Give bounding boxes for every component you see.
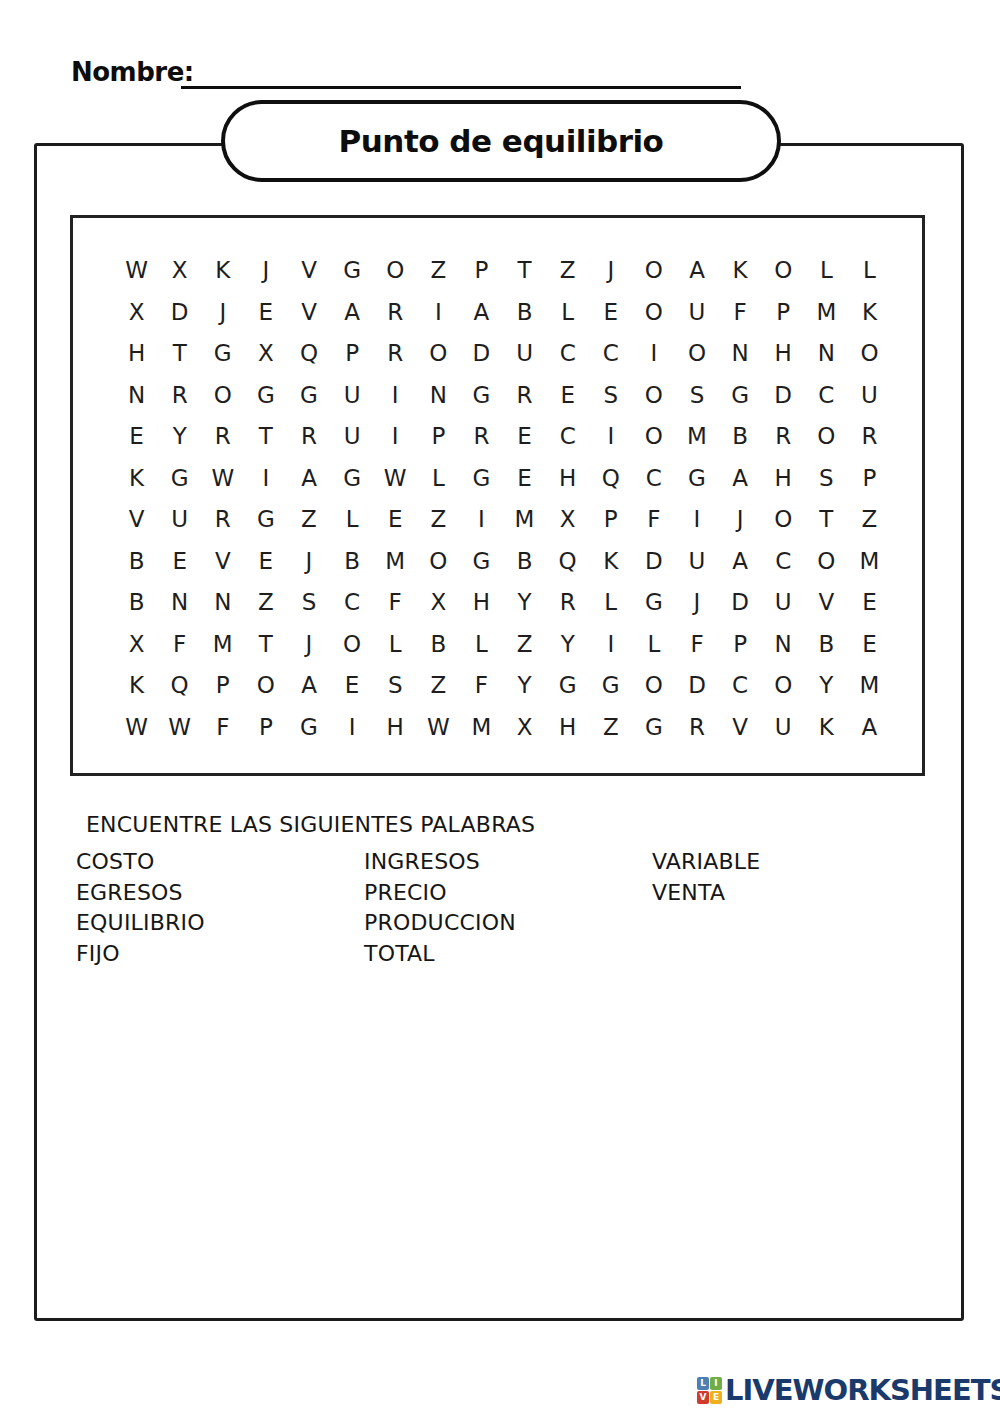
- word-list-item: PRODUCCION: [364, 908, 516, 939]
- grid-cell[interactable]: O: [762, 499, 805, 541]
- grid-cell[interactable]: C: [589, 333, 632, 375]
- grid-cell[interactable]: K: [589, 541, 632, 583]
- grid-cell[interactable]: I: [331, 707, 374, 749]
- grid-cell[interactable]: N: [417, 375, 460, 417]
- grid-cell[interactable]: J: [287, 541, 330, 583]
- grid-cell[interactable]: G: [244, 499, 287, 541]
- grid-cell[interactable]: U: [675, 292, 718, 334]
- grid-cell[interactable]: K: [848, 292, 891, 334]
- grid-cell[interactable]: G: [158, 458, 201, 500]
- grid-cell[interactable]: E: [848, 624, 891, 666]
- grid-cell[interactable]: K: [115, 665, 158, 707]
- grid-cell[interactable]: B: [503, 541, 546, 583]
- grid-cell[interactable]: J: [287, 624, 330, 666]
- word-list-item: INGRESOS: [364, 847, 516, 878]
- grid-cell[interactable]: I: [589, 416, 632, 458]
- grid-cell[interactable]: U: [848, 375, 891, 417]
- grid-cell[interactable]: U: [331, 416, 374, 458]
- grid-cell[interactable]: H: [546, 707, 589, 749]
- grid-cell[interactable]: V: [287, 250, 330, 292]
- grid-cell[interactable]: R: [546, 582, 589, 624]
- grid-cell[interactable]: M: [201, 624, 244, 666]
- grid-cell[interactable]: A: [719, 541, 762, 583]
- grid-cell[interactable]: M: [460, 707, 503, 749]
- grid-cell[interactable]: I: [374, 416, 417, 458]
- grid-cell[interactable]: S: [589, 375, 632, 417]
- grid-cell[interactable]: D: [460, 333, 503, 375]
- grid-cell[interactable]: V: [115, 499, 158, 541]
- grid-cell[interactable]: G: [287, 375, 330, 417]
- grid-cell[interactable]: L: [546, 292, 589, 334]
- grid-cell[interactable]: E: [503, 416, 546, 458]
- grid-cell[interactable]: U: [675, 541, 718, 583]
- grid-cell[interactable]: K: [201, 250, 244, 292]
- grid-cell[interactable]: G: [244, 375, 287, 417]
- grid-cell[interactable]: Q: [589, 458, 632, 500]
- grid-cell[interactable]: P: [848, 458, 891, 500]
- grid-cell[interactable]: H: [374, 707, 417, 749]
- grid-cell[interactable]: N: [762, 624, 805, 666]
- grid-cell[interactable]: P: [719, 624, 762, 666]
- grid-cell[interactable]: O: [675, 333, 718, 375]
- grid-cell[interactable]: N: [805, 333, 848, 375]
- grid-cell[interactable]: R: [675, 707, 718, 749]
- grid-cell[interactable]: P: [201, 665, 244, 707]
- grid-cell[interactable]: O: [331, 624, 374, 666]
- word-search-grid: WXKJVGOZPTZJOAKOLLXDJEVARIABLEOUFPMKHTGX…: [70, 215, 925, 776]
- grid-cell[interactable]: U: [762, 582, 805, 624]
- grid-cell[interactable]: R: [762, 416, 805, 458]
- grid-cell[interactable]: B: [805, 624, 848, 666]
- grid-cell[interactable]: B: [503, 292, 546, 334]
- grid-cell[interactable]: M: [675, 416, 718, 458]
- grid-cell[interactable]: O: [201, 375, 244, 417]
- grid-cell[interactable]: E: [589, 292, 632, 334]
- grid-cell[interactable]: R: [503, 375, 546, 417]
- grid-cell[interactable]: Q: [546, 541, 589, 583]
- grid-cell[interactable]: L: [632, 624, 675, 666]
- grid-cell[interactable]: G: [675, 458, 718, 500]
- grid-cell[interactable]: O: [244, 665, 287, 707]
- grid-cell[interactable]: J: [201, 292, 244, 334]
- grid-cell[interactable]: D: [675, 665, 718, 707]
- grid-cell[interactable]: B: [331, 541, 374, 583]
- grid-cell[interactable]: K: [115, 458, 158, 500]
- grid-cell[interactable]: A: [460, 292, 503, 334]
- grid-cell[interactable]: G: [201, 333, 244, 375]
- grid-cell[interactable]: S: [374, 665, 417, 707]
- grid-cell[interactable]: O: [632, 250, 675, 292]
- grid-cell[interactable]: G: [331, 250, 374, 292]
- grid-cell[interactable]: F: [374, 582, 417, 624]
- grid-cell[interactable]: P: [331, 333, 374, 375]
- grid-cell[interactable]: U: [503, 333, 546, 375]
- grid-cell[interactable]: W: [417, 707, 460, 749]
- grid-cell[interactable]: L: [417, 458, 460, 500]
- grid-cell[interactable]: X: [115, 624, 158, 666]
- title-banner: Punto de equilibrio: [221, 100, 781, 182]
- grid-cell[interactable]: E: [244, 541, 287, 583]
- grid-cell[interactable]: O: [848, 333, 891, 375]
- grid-cell[interactable]: Q: [287, 333, 330, 375]
- grid-cell[interactable]: R: [201, 416, 244, 458]
- liveworksheets-icon: LIVE: [697, 1377, 722, 1404]
- grid-cell[interactable]: N: [719, 333, 762, 375]
- grid-cell[interactable]: F: [632, 499, 675, 541]
- grid-cell[interactable]: O: [632, 375, 675, 417]
- grid-cell[interactable]: M: [503, 499, 546, 541]
- grid-cell[interactable]: P: [762, 292, 805, 334]
- grid-cell[interactable]: E: [158, 541, 201, 583]
- grid-cell[interactable]: S: [675, 375, 718, 417]
- grid-cell[interactable]: D: [719, 582, 762, 624]
- grid-cell[interactable]: F: [158, 624, 201, 666]
- grid-cell[interactable]: R: [374, 333, 417, 375]
- grid-cell[interactable]: C: [719, 665, 762, 707]
- grid-cell[interactable]: R: [287, 416, 330, 458]
- grid-cell[interactable]: G: [546, 665, 589, 707]
- grid-cell[interactable]: D: [762, 375, 805, 417]
- grid-cell[interactable]: I: [374, 375, 417, 417]
- grid-cell[interactable]: B: [417, 624, 460, 666]
- grid-cell[interactable]: Z: [848, 499, 891, 541]
- grid-cell[interactable]: Z: [417, 665, 460, 707]
- grid-cell[interactable]: R: [848, 416, 891, 458]
- grid-cell[interactable]: R: [460, 416, 503, 458]
- grid-cell[interactable]: V: [201, 541, 244, 583]
- grid-cell[interactable]: F: [201, 707, 244, 749]
- grid-cell[interactable]: Z: [546, 250, 589, 292]
- brand-name: LIVEWORKSHEETS: [725, 1373, 1000, 1407]
- grid-cell[interactable]: I: [632, 333, 675, 375]
- grid-cell[interactable]: W: [115, 707, 158, 749]
- grid-cell[interactable]: T: [244, 624, 287, 666]
- grid-cell[interactable]: P: [417, 416, 460, 458]
- word-list-item: PRECIO: [364, 878, 516, 909]
- grid-cell[interactable]: E: [546, 375, 589, 417]
- worksheet-page: Nombre: Punto de equilibrio WXKJVGOZPTZJ…: [0, 0, 1000, 1413]
- grid-cell[interactable]: O: [762, 250, 805, 292]
- grid-cell[interactable]: I: [244, 458, 287, 500]
- grid-cell[interactable]: C: [805, 375, 848, 417]
- grid-cell[interactable]: O: [632, 665, 675, 707]
- grid-cell[interactable]: I: [589, 624, 632, 666]
- grid-cell[interactable]: L: [460, 624, 503, 666]
- grid-cell[interactable]: I: [417, 292, 460, 334]
- grid-cell[interactable]: X: [546, 499, 589, 541]
- name-row: Nombre:: [71, 57, 194, 87]
- grid-cell[interactable]: D: [158, 292, 201, 334]
- liveworksheets-logo[interactable]: LIVE LIVEWORKSHEETS: [697, 1374, 1000, 1406]
- grid-cell[interactable]: Z: [287, 499, 330, 541]
- page-title: Punto de equilibrio: [339, 123, 664, 159]
- grid-cell[interactable]: W: [158, 707, 201, 749]
- logo-square: V: [697, 1391, 709, 1404]
- grid-cell[interactable]: G: [460, 375, 503, 417]
- grid-cell[interactable]: Y: [503, 582, 546, 624]
- grid-cell[interactable]: O: [805, 416, 848, 458]
- grid-cell[interactable]: Z: [417, 499, 460, 541]
- grid-cell[interactable]: W: [374, 458, 417, 500]
- grid-cell[interactable]: R: [158, 375, 201, 417]
- grid-cell[interactable]: B: [115, 541, 158, 583]
- grid-cell[interactable]: C: [546, 333, 589, 375]
- grid-cell[interactable]: N: [115, 375, 158, 417]
- grid-cell[interactable]: Y: [503, 665, 546, 707]
- grid-cell[interactable]: S: [287, 582, 330, 624]
- grid-cell[interactable]: H: [546, 458, 589, 500]
- word-list-item: EQUILIBRIO: [76, 908, 205, 939]
- grid-cell[interactable]: A: [287, 665, 330, 707]
- grid-cell[interactable]: X: [158, 250, 201, 292]
- word-list-item: EGRESOS: [76, 878, 205, 909]
- grid-cell[interactable]: J: [719, 499, 762, 541]
- grid-cell[interactable]: I: [675, 499, 718, 541]
- grid-cell[interactable]: A: [287, 458, 330, 500]
- grid-cell[interactable]: R: [374, 292, 417, 334]
- word-list-item: VENTA: [652, 878, 760, 909]
- grid-cell[interactable]: V: [805, 582, 848, 624]
- grid-cell[interactable]: G: [460, 458, 503, 500]
- grid-cell[interactable]: R: [201, 499, 244, 541]
- grid-cell[interactable]: C: [762, 541, 805, 583]
- grid-cell[interactable]: Z: [244, 582, 287, 624]
- grid-cell[interactable]: G: [460, 541, 503, 583]
- grid-cell[interactable]: B: [115, 582, 158, 624]
- grid-cell[interactable]: X: [115, 292, 158, 334]
- grid-cell[interactable]: W: [115, 250, 158, 292]
- grid-cell[interactable]: E: [374, 499, 417, 541]
- grid-cell[interactable]: K: [805, 707, 848, 749]
- grid-cell[interactable]: K: [719, 250, 762, 292]
- grid-cell[interactable]: L: [331, 499, 374, 541]
- word-list-item: TOTAL: [364, 939, 516, 970]
- grid-cell[interactable]: E: [244, 292, 287, 334]
- grid-cell[interactable]: H: [115, 333, 158, 375]
- grid-cell[interactable]: A: [719, 458, 762, 500]
- logo-square: E: [710, 1391, 722, 1404]
- grid-cell[interactable]: A: [331, 292, 374, 334]
- word-list-item: VARIABLE: [652, 847, 760, 878]
- grid-cell[interactable]: C: [546, 416, 589, 458]
- grid-cell[interactable]: O: [417, 541, 460, 583]
- grid-cell[interactable]: O: [632, 292, 675, 334]
- grid-cell[interactable]: O: [762, 665, 805, 707]
- grid-cell[interactable]: B: [719, 416, 762, 458]
- grid-cell[interactable]: N: [158, 582, 201, 624]
- grid-cell[interactable]: I: [460, 499, 503, 541]
- grid-cell[interactable]: Z: [503, 624, 546, 666]
- grid-cell[interactable]: X: [417, 582, 460, 624]
- grid-cell[interactable]: A: [848, 707, 891, 749]
- grid-cell[interactable]: L: [374, 624, 417, 666]
- grid-cell[interactable]: M: [848, 665, 891, 707]
- grid-cell[interactable]: E: [115, 416, 158, 458]
- grid-cell[interactable]: U: [762, 707, 805, 749]
- grid-cell[interactable]: F: [460, 665, 503, 707]
- word-list-column: INGRESOSPRECIOPRODUCCIONTOTAL: [364, 847, 516, 969]
- grid-cell[interactable]: G: [719, 375, 762, 417]
- word-list-item: FIJO: [76, 939, 205, 970]
- grid-cell[interactable]: G: [632, 582, 675, 624]
- grid-cell[interactable]: C: [331, 582, 374, 624]
- instructions-heading: ENCUENTRE LAS SIGUIENTES PALABRAS: [86, 812, 535, 837]
- word-list-column: VARIABLEVENTA: [652, 847, 760, 908]
- grid-cell[interactable]: C: [632, 458, 675, 500]
- grid-cell[interactable]: G: [632, 707, 675, 749]
- grid-cell[interactable]: O: [632, 416, 675, 458]
- grid-cell[interactable]: T: [244, 416, 287, 458]
- grid-cell[interactable]: T: [158, 333, 201, 375]
- grid-cell[interactable]: V: [287, 292, 330, 334]
- grid-cell[interactable]: P: [244, 707, 287, 749]
- grid-cell[interactable]: G: [331, 458, 374, 500]
- grid-cell[interactable]: E: [331, 665, 374, 707]
- grid-cell[interactable]: E: [848, 582, 891, 624]
- grid-cell[interactable]: W: [201, 458, 244, 500]
- grid-cell[interactable]: G: [287, 707, 330, 749]
- grid-cell[interactable]: T: [805, 499, 848, 541]
- grid-cell[interactable]: F: [719, 292, 762, 334]
- grid-cell[interactable]: M: [374, 541, 417, 583]
- logo-square: I: [710, 1377, 722, 1390]
- grid-cell[interactable]: O: [805, 541, 848, 583]
- grid-cell[interactable]: Z: [417, 250, 460, 292]
- grid-cell[interactable]: A: [675, 250, 718, 292]
- grid-cell[interactable]: X: [244, 333, 287, 375]
- grid-cell[interactable]: O: [417, 333, 460, 375]
- grid-cell[interactable]: M: [848, 541, 891, 583]
- grid-cell[interactable]: G: [589, 665, 632, 707]
- grid-cell[interactable]: H: [460, 582, 503, 624]
- grid-cell[interactable]: P: [460, 250, 503, 292]
- grid-cell[interactable]: Y: [805, 665, 848, 707]
- grid-cell[interactable]: D: [632, 541, 675, 583]
- grid-cell[interactable]: J: [589, 250, 632, 292]
- grid-cell[interactable]: Y: [546, 624, 589, 666]
- word-list-item: COSTO: [76, 847, 205, 878]
- grid-cell[interactable]: L: [589, 582, 632, 624]
- grid-cell[interactable]: U: [158, 499, 201, 541]
- grid-cell[interactable]: Y: [158, 416, 201, 458]
- grid-cell[interactable]: S: [805, 458, 848, 500]
- grid-cell[interactable]: O: [374, 250, 417, 292]
- grid-cell[interactable]: H: [762, 458, 805, 500]
- grid-cell[interactable]: N: [201, 582, 244, 624]
- grid-cell[interactable]: H: [762, 333, 805, 375]
- grid-cell[interactable]: J: [675, 582, 718, 624]
- grid-cell[interactable]: X: [503, 707, 546, 749]
- grid-cell[interactable]: L: [805, 250, 848, 292]
- grid-cell[interactable]: L: [848, 250, 891, 292]
- logo-square: L: [697, 1377, 709, 1390]
- grid-cell[interactable]: M: [805, 292, 848, 334]
- grid-cell[interactable]: T: [503, 250, 546, 292]
- word-list-column: COSTOEGRESOSEQUILIBRIOFIJO: [76, 847, 205, 969]
- grid-cell[interactable]: Z: [589, 707, 632, 749]
- name-label: Nombre:: [71, 57, 194, 87]
- grid-cell[interactable]: V: [719, 707, 762, 749]
- grid-cell[interactable]: U: [331, 375, 374, 417]
- grid-cell[interactable]: Q: [158, 665, 201, 707]
- grid-cell[interactable]: F: [675, 624, 718, 666]
- grid-cell[interactable]: E: [503, 458, 546, 500]
- grid-cell[interactable]: P: [589, 499, 632, 541]
- grid-cell[interactable]: J: [244, 250, 287, 292]
- name-input-line[interactable]: [181, 86, 741, 89]
